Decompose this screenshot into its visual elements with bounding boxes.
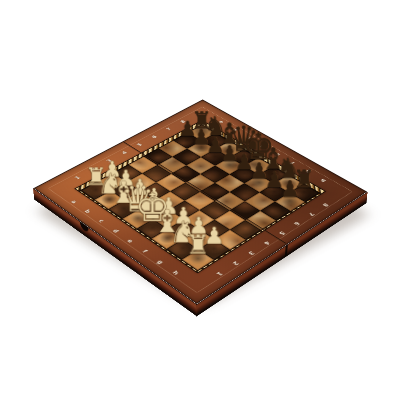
black-pawn-glyph: ♟ bbox=[269, 178, 311, 200]
box-side-fold-seam bbox=[285, 244, 288, 257]
white-rook-glyph: ♜ bbox=[175, 231, 220, 258]
scene: aa11bb22cc33dd44ee55ff66gg77hh88 ♜♞♝♛♚♝♞… bbox=[0, 0, 400, 400]
chess-board-3d: aa11bb22cc33dd44ee55ff66gg77hh88 ♜♞♝♛♚♝♞… bbox=[33, 100, 367, 305]
product-photo-stage: aa11bb22cc33dd44ee55ff66gg77hh88 ♜♞♝♛♚♝♞… bbox=[0, 0, 400, 400]
